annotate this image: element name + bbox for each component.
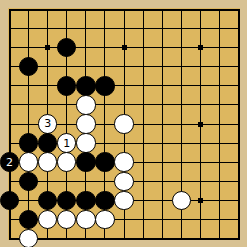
black-stone: [95, 76, 114, 95]
white-stone: [114, 152, 133, 171]
white-stone: [76, 210, 95, 229]
black-stone: [19, 172, 38, 191]
grid-line-vertical: [238, 9, 240, 240]
white-stone: [114, 172, 133, 191]
black-stone: [0, 191, 19, 210]
move-number-label: 2: [6, 157, 13, 168]
white-stone: [76, 95, 95, 114]
black-stone: [19, 133, 38, 152]
black-stone: [95, 191, 114, 210]
grid-line-vertical: [162, 9, 163, 240]
star-point: [122, 45, 127, 50]
white-stone: [76, 114, 95, 133]
white-stone: 3: [38, 114, 57, 133]
star-point: [198, 122, 203, 127]
star-point: [198, 198, 203, 203]
grid-line-vertical: [143, 9, 144, 240]
white-stone: [172, 191, 191, 210]
star-point: [45, 45, 50, 50]
white-stone: [114, 114, 133, 133]
black-stone: [76, 191, 95, 210]
black-stone: [95, 152, 114, 171]
move-number-label: 1: [63, 138, 70, 149]
black-stone: [76, 76, 95, 95]
white-stone: [19, 229, 38, 247]
go-diagram: 312: [0, 0, 247, 247]
white-stone: 1: [57, 133, 76, 152]
star-point: [198, 45, 203, 50]
black-stone: [57, 76, 76, 95]
white-stone: [76, 133, 95, 152]
white-stone: [114, 191, 133, 210]
black-stone: [76, 152, 95, 171]
grid-line-horizontal: [9, 238, 240, 240]
black-stone: 2: [0, 152, 19, 171]
move-number-label: 3: [44, 118, 51, 129]
black-stone: [38, 133, 57, 152]
white-stone: [95, 210, 114, 229]
white-stone: [38, 152, 57, 171]
white-stone: [19, 152, 38, 171]
grid-line-vertical: [219, 9, 220, 240]
